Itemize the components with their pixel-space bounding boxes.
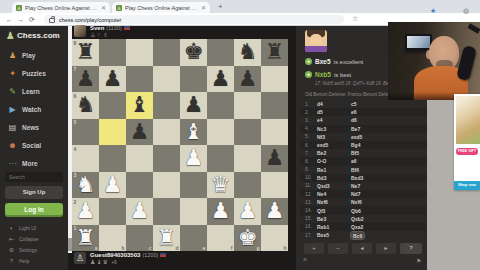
- move-number: 5.: [305, 134, 317, 139]
- black-rook[interactable]: ♜: [72, 39, 99, 66]
- sidebar-item-label: News: [22, 124, 39, 131]
- black-move[interactable]: Bg4: [351, 142, 385, 148]
- move-number: 9.: [305, 167, 317, 172]
- move-row-4: 4.Nc3Be7: [300, 125, 427, 133]
- white-move[interactable]: d4: [317, 101, 351, 107]
- square-d4[interactable]: [153, 145, 180, 172]
- square-c6[interactable]: ♝: [126, 92, 153, 119]
- file-label: e: [203, 245, 206, 251]
- light-ui-icon: ◐: [8, 225, 15, 231]
- white-move[interactable]: Nxf6: [317, 199, 351, 205]
- black-pawn[interactable]: ♟: [261, 145, 288, 172]
- logo-text: Chess.com: [17, 31, 60, 40]
- square-b8[interactable]: [99, 39, 126, 66]
- square-h1[interactable]: h: [261, 225, 288, 252]
- share-icon[interactable]: «: [303, 256, 307, 263]
- move-number: 16.: [305, 224, 317, 229]
- square-c2[interactable]: ♟: [126, 198, 153, 225]
- sidebar-footer-collapse[interactable]: ⇤Collapse: [0, 233, 68, 244]
- square-f4[interactable]: [207, 145, 234, 172]
- white-knight[interactable]: ♞: [72, 172, 99, 199]
- square-d3[interactable]: [153, 172, 180, 199]
- square-h5[interactable]: [261, 119, 288, 146]
- black-pawn[interactable]: ♟: [99, 66, 126, 93]
- move-row-2: 2.d5e6: [300, 108, 427, 116]
- square-e6[interactable]: ♟: [180, 92, 207, 119]
- move-number: 14.: [305, 208, 317, 213]
- sidebar-item-label: Puzzles: [22, 70, 46, 77]
- watch-icon: ▶: [8, 105, 17, 114]
- square-e1[interactable]: e: [180, 225, 207, 252]
- collapse-icon: ⇤: [8, 235, 15, 242]
- file-label: c: [149, 245, 152, 251]
- square-a4[interactable]: 4: [72, 145, 99, 172]
- square-b3[interactable]: ♟: [99, 172, 126, 199]
- square-b7[interactable]: ♟: [99, 66, 126, 93]
- white-king[interactable]: ♚: [234, 225, 261, 252]
- move-row-5: 5.Nf3exd5: [300, 133, 427, 141]
- player-name[interactable]: Guest8940303503: [90, 252, 140, 258]
- more-icon: ⋯: [8, 159, 17, 168]
- square-g4[interactable]: [234, 145, 261, 172]
- square-h2[interactable]: ♟: [261, 198, 288, 225]
- webcam-tv: [405, 34, 432, 51]
- white-pawn[interactable]: ♟: [234, 198, 261, 225]
- login-button[interactable]: Log In: [5, 203, 63, 217]
- black-move[interactable]: c5: [351, 101, 385, 107]
- move-row-7: 7.Be2Bf5: [300, 149, 427, 157]
- black-move[interactable]: Nd7: [351, 191, 385, 197]
- captured-piece-icon: ♟: [90, 259, 95, 265]
- reload-icon[interactable]: ⟳: [29, 15, 35, 24]
- footer-label: Collapse: [19, 236, 38, 242]
- square-c4[interactable]: [126, 145, 153, 172]
- black-pawn[interactable]: ♟: [234, 66, 261, 93]
- sidebar-item-label: Social: [22, 142, 41, 149]
- square-a5[interactable]: 5: [72, 119, 99, 146]
- help-icon: ?: [8, 258, 15, 264]
- feedback-verdict: is best: [334, 72, 351, 78]
- feedback-move: Bxe5: [315, 58, 331, 65]
- move-number: 6.: [305, 143, 317, 148]
- square-g8[interactable]: ♞: [234, 39, 261, 66]
- sidebar-item-social[interactable]: ☻Social: [0, 136, 68, 154]
- black-move[interactable]: Be7: [351, 126, 385, 132]
- webcam-mic-arm: [468, 23, 480, 33]
- captured-piece-icon: ♛: [103, 259, 108, 265]
- sidebar-item-watch[interactable]: ▶Watch: [0, 100, 68, 118]
- white-move[interactable]: Be2: [317, 150, 351, 156]
- browser-tab-2[interactable]: ♙ Play Chess Online Against the Co... ✕: [112, 2, 210, 13]
- square-f8[interactable]: [207, 39, 234, 66]
- square-c1[interactable]: c: [126, 225, 153, 252]
- black-move[interactable]: Qxb2: [351, 216, 385, 222]
- sidebar-footer: ◐Light UI⇤Collapse⚙Settings?Help: [0, 222, 68, 266]
- logo-pawn-icon: ♟: [6, 30, 15, 41]
- white-move[interactable]: Re1: [317, 167, 351, 173]
- square-f2[interactable]: ♟: [207, 198, 234, 225]
- move-number: 15.: [305, 216, 317, 221]
- move-row-3: 3.e4d6: [300, 116, 427, 124]
- move-row-11: 11.Qxd3Ne7: [300, 182, 427, 190]
- footer-label: Help: [19, 258, 29, 264]
- sidebar-nav: ♟Play✦Puzzles✎Learn▶Watch▤News☻Social⋯Mo…: [0, 46, 68, 172]
- square-g5[interactable]: [234, 119, 261, 146]
- footer-label: Light UI: [19, 225, 36, 231]
- square-h8[interactable]: ♜: [261, 39, 288, 66]
- chesscom-logo[interactable]: ♟ Chess.com: [6, 30, 60, 41]
- move-row-6: 6.exd5Bg4: [300, 141, 427, 149]
- square-e4[interactable]: ♟: [180, 145, 207, 172]
- white-move[interactable]: d5: [317, 109, 351, 115]
- forward-icon[interactable]: →: [17, 15, 24, 24]
- white-pawn[interactable]: ♟: [99, 172, 126, 199]
- white-move[interactable]: Qxd3: [317, 183, 351, 189]
- square-b4[interactable]: [99, 145, 126, 172]
- square-a3[interactable]: 3♞: [72, 172, 99, 199]
- square-d5[interactable]: [153, 119, 180, 146]
- sidebar-footer-help[interactable]: ?Help: [0, 255, 68, 266]
- webcam-microphone: [456, 45, 477, 81]
- ad-pill-button[interactable]: FREE GIFT: [456, 148, 478, 155]
- excellent-icon: ★: [305, 58, 312, 65]
- white-pawn[interactable]: ♟: [72, 198, 99, 225]
- white-move[interactable]: Nc3: [317, 126, 351, 132]
- file-label: b: [121, 245, 124, 251]
- white-queen[interactable]: ♛: [207, 172, 234, 199]
- square-a1[interactable]: 1a♜: [72, 225, 99, 252]
- move-row-17: 17.Bxe5Bc6: [300, 231, 427, 239]
- forward-button[interactable]: ▸: [376, 243, 396, 254]
- square-c3[interactable]: [126, 172, 153, 199]
- black-pawn[interactable]: ♟: [126, 119, 153, 146]
- back-button[interactable]: ◂: [352, 243, 372, 254]
- square-c7[interactable]: [126, 66, 153, 93]
- learn-icon: ✎: [8, 87, 17, 96]
- white-move[interactable]: Nf3: [317, 134, 351, 140]
- black-knight[interactable]: ♞: [72, 92, 99, 119]
- black-knight[interactable]: ♞: [234, 39, 261, 66]
- white-move[interactable]: Be3: [317, 216, 351, 222]
- square-f7[interactable]: ♟: [207, 66, 234, 93]
- rank-label: 4: [74, 146, 77, 152]
- puzzles-icon: ✦: [8, 69, 17, 78]
- move-feedback-best: ★ Nxb5 is best: [305, 71, 351, 78]
- black-move[interactable]: Bf5: [351, 150, 385, 156]
- player-bar: ♙ Guest8940303503 (1200) ♟♝♛+6: [74, 252, 296, 265]
- square-f5[interactable]: [207, 119, 234, 146]
- file-label: f: [231, 245, 233, 251]
- black-move[interactable]: Bc6: [351, 232, 385, 238]
- move-list: 1.d4c52.d5e63.e4d64.Nc3Be75.Nf3exd56.exd…: [300, 100, 427, 239]
- feedback-move: Nxb5: [315, 71, 331, 78]
- best-icon: ★: [305, 71, 312, 78]
- sidebar-item-learn[interactable]: ✎Learn: [0, 82, 68, 100]
- captured-piece-icon: ♙: [90, 32, 95, 38]
- white-bishop[interactable]: ♝: [180, 119, 207, 146]
- url-field[interactable]: chess.com/play/computer: [44, 15, 344, 24]
- black-move[interactable]: Nxf6: [351, 199, 385, 205]
- move-row-9: 9.Re1Bf6: [300, 166, 427, 174]
- white-pawn[interactable]: ♟: [261, 198, 288, 225]
- move-number: 12.: [305, 192, 317, 197]
- social-icon: ☻: [8, 141, 17, 150]
- move-number: 1.: [305, 102, 317, 107]
- sidebar-item-label: Watch: [22, 106, 41, 113]
- black-move[interactable]: d6: [351, 117, 385, 123]
- chesscom-favicon: ♙: [16, 5, 22, 11]
- square-e8[interactable]: ♚: [180, 39, 207, 66]
- square-h3[interactable]: [261, 172, 288, 199]
- ad-image: [456, 96, 480, 144]
- white-move[interactable]: Bd3: [317, 175, 351, 181]
- black-move[interactable]: Ne7: [351, 183, 385, 189]
- white-move[interactable]: O-O: [317, 158, 351, 164]
- hint-button[interactable]: ?: [400, 243, 422, 254]
- captured-piece-icon: ♗: [103, 32, 108, 38]
- black-move[interactable]: Qxa2: [351, 224, 385, 230]
- white-pawn[interactable]: ♟: [207, 198, 234, 225]
- profile-icon[interactable]: ◍: [463, 7, 469, 15]
- opponent-rating: (1100): [106, 25, 122, 31]
- white-pawn[interactable]: ♟: [126, 198, 153, 225]
- opponent-avatar[interactable]: [74, 25, 86, 37]
- black-move[interactable]: e6: [351, 109, 385, 115]
- signup-button[interactable]: Sign Up: [5, 186, 63, 199]
- black-pawn[interactable]: ♟: [180, 92, 207, 119]
- black-rook[interactable]: ♜: [261, 39, 288, 66]
- opponent-name[interactable]: Sven: [90, 25, 104, 31]
- square-e3[interactable]: [180, 172, 207, 199]
- player-avatar[interactable]: ♙: [74, 252, 86, 264]
- player-rating: (1200): [142, 252, 158, 258]
- new-tab-button[interactable]: +: [218, 2, 223, 11]
- white-move[interactable]: Qf3: [317, 208, 351, 214]
- tab-title: Play Chess Online Against the Co...: [125, 5, 198, 11]
- square-d6[interactable]: [153, 92, 180, 119]
- square-h7[interactable]: [261, 66, 288, 93]
- move-row-13: 13.Nxf6Nxf6: [300, 198, 427, 206]
- move-number: 4.: [305, 126, 317, 131]
- footer-label: Settings: [19, 247, 37, 253]
- white-rook[interactable]: ♜: [153, 225, 180, 252]
- bookmark-star-icon[interactable]: ☆: [352, 15, 358, 23]
- move-row-15: 15.Be3Qxb2: [300, 215, 427, 223]
- settings-icon: ⚙: [8, 246, 15, 253]
- sidebar-footer-settings[interactable]: ⚙Settings: [0, 244, 68, 255]
- square-f3[interactable]: ♛: [207, 172, 234, 199]
- sidebar-item-play[interactable]: ♟Play: [0, 46, 68, 64]
- opponent-flag-icon: [124, 26, 130, 30]
- move-number: 3.: [305, 118, 317, 123]
- move-row-8: 8.O-Oa6: [300, 157, 427, 165]
- sidebar-item-label: More: [22, 160, 38, 167]
- sidebar-item-more[interactable]: ⋯More: [0, 154, 68, 172]
- square-a2[interactable]: 2♟: [72, 198, 99, 225]
- black-move[interactable]: Qb6: [351, 208, 385, 214]
- opponent-captured-pieces: ♙♘♗: [90, 32, 130, 38]
- play-icon: ♟: [8, 51, 17, 60]
- url-text: chess.com/play/computer: [59, 17, 121, 23]
- player-captured-pieces: ♟♝♛+6: [90, 259, 166, 265]
- opponent-player-bar: Sven (1100) ♙♘♗: [74, 25, 296, 38]
- square-b6[interactable]: [99, 92, 126, 119]
- square-e5[interactable]: ♝: [180, 119, 207, 146]
- square-c8[interactable]: [126, 39, 153, 66]
- white-move[interactable]: Ne4: [317, 191, 351, 197]
- move-feedback-excellent: ★ Bxe5 is excellent: [305, 58, 363, 65]
- analysis-toolbar: +−◂▸?: [304, 243, 422, 254]
- coach-avatar: [305, 30, 327, 52]
- square-g2[interactable]: ♟: [234, 198, 261, 225]
- captured-piece-icon: ♝: [96, 259, 101, 265]
- move-number: 2.: [305, 110, 317, 115]
- square-b5[interactable]: [99, 119, 126, 146]
- news-icon: ▤: [8, 123, 17, 132]
- square-f1[interactable]: f: [207, 225, 234, 252]
- resign-flag-icon[interactable]: ⚑: [416, 257, 421, 264]
- move-row-12: 12.Ne4Nd7: [300, 190, 427, 198]
- move-number: 17.: [305, 233, 317, 238]
- black-move[interactable]: Bxd3: [351, 175, 385, 181]
- player-flag-icon: [160, 253, 166, 257]
- move-number: 8.: [305, 159, 317, 164]
- lock-icon: [49, 18, 55, 23]
- tab-close-icon[interactable]: ✕: [201, 4, 206, 11]
- ad-cta-bar[interactable]: Shop now: [454, 181, 480, 190]
- sidebar-item-puzzles[interactable]: ✦Puzzles: [0, 64, 68, 82]
- white-move[interactable]: Rab1: [317, 224, 351, 230]
- white-pawn[interactable]: ♟: [180, 145, 207, 172]
- white-move[interactable]: Bxe5: [317, 232, 351, 238]
- chesscom-favicon: ♙: [116, 5, 122, 11]
- feedback-verdict: is excellent: [334, 59, 364, 65]
- chess-board[interactable]: 8♜♚♞♜7♟♟♟♟6♞♝♟5♟♝4♟♟3♞♟♛2♟♟♟♟♟1a♜bcd♜efg…: [72, 39, 288, 251]
- square-a7[interactable]: 7♟: [72, 66, 99, 93]
- sidebar-footer-light-ui[interactable]: ◐Light UI: [0, 222, 68, 233]
- new-button[interactable]: +: [304, 243, 324, 254]
- square-b1[interactable]: b: [99, 225, 126, 252]
- square-a8[interactable]: 8♜: [72, 39, 99, 66]
- square-g1[interactable]: g♚: [234, 225, 261, 252]
- black-move[interactable]: Bf6: [351, 167, 385, 173]
- browser-tab-1[interactable]: ♙ Play Chess Online Against the Co... ✕: [12, 2, 110, 13]
- white-move[interactable]: e4: [317, 117, 351, 123]
- black-bishop[interactable]: ♝: [126, 92, 153, 119]
- sidebar-item-news[interactable]: ▤News: [0, 118, 68, 136]
- square-d1[interactable]: d♜: [153, 225, 180, 252]
- square-c5[interactable]: ♟: [126, 119, 153, 146]
- square-d2[interactable]: [153, 198, 180, 225]
- square-e2[interactable]: [180, 198, 207, 225]
- move-number: 10.: [305, 175, 317, 180]
- sidebar-item-label: Play: [22, 52, 35, 59]
- move-number: 11.: [305, 183, 317, 188]
- square-g3[interactable]: [234, 172, 261, 199]
- captured-piece-icon: ♘: [96, 32, 101, 38]
- move-number: 7.: [305, 151, 317, 156]
- square-f6[interactable]: [207, 92, 234, 119]
- square-b2[interactable]: [99, 198, 126, 225]
- black-pawn[interactable]: ♟: [207, 66, 234, 93]
- black-move[interactable]: exd5: [351, 134, 385, 140]
- square-d7[interactable]: [153, 66, 180, 93]
- white-move[interactable]: exd5: [317, 142, 351, 148]
- square-g7[interactable]: ♟: [234, 66, 261, 93]
- rank-label: 5: [74, 119, 77, 125]
- file-label: h: [283, 245, 286, 251]
- material-score: +6: [111, 259, 117, 265]
- sidebar-item-label: Learn: [22, 88, 40, 95]
- tab-close-icon[interactable]: ✕: [101, 4, 106, 11]
- black-pawn[interactable]: ♟: [72, 66, 99, 93]
- square-e7[interactable]: [180, 66, 207, 93]
- black-king[interactable]: ♚: [180, 39, 207, 66]
- move-row-16: 16.Rab1Qxa2: [300, 223, 427, 231]
- square-g6[interactable]: [234, 92, 261, 119]
- white-rook[interactable]: ♜: [72, 225, 99, 252]
- black-move[interactable]: a6: [351, 158, 385, 164]
- square-d8[interactable]: [153, 39, 180, 66]
- move-row-1: 1.d4c5: [300, 100, 427, 108]
- ad-card[interactable]: FREE GIFT Shop now: [454, 94, 480, 190]
- webcam-overlay: [388, 22, 480, 100]
- tab-title: Play Chess Online Against the Co...: [25, 5, 98, 11]
- extension-icon[interactable]: ★: [430, 7, 436, 15]
- move-number: 13.: [305, 200, 317, 205]
- move-row-10: 10.Bd3Bxd3: [300, 174, 427, 182]
- move-row-14: 14.Qf3Qb6: [300, 206, 427, 214]
- search-input[interactable]: Search: [5, 172, 63, 182]
- square-h4[interactable]: ♟: [261, 145, 288, 172]
- retry-button[interactable]: −: [328, 243, 348, 254]
- square-a6[interactable]: 6♞: [72, 92, 99, 119]
- square-h6[interactable]: [261, 92, 288, 119]
- back-icon[interactable]: ←: [6, 15, 13, 24]
